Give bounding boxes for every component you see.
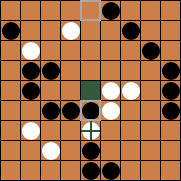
- cell-5-7[interactable]: [140, 100, 160, 120]
- black-stone[interactable]: [162, 62, 180, 80]
- cell-5-2[interactable]: [40, 100, 60, 120]
- black-stone[interactable]: [162, 102, 180, 120]
- cell-3-4[interactable]: [80, 60, 100, 80]
- white-stone[interactable]: [102, 102, 120, 120]
- cell-1-7[interactable]: [140, 20, 160, 40]
- black-stone[interactable]: [22, 62, 40, 80]
- cell-2-6[interactable]: [120, 40, 140, 60]
- cell-1-8[interactable]: [160, 20, 180, 40]
- cell-5-0[interactable]: [0, 100, 20, 120]
- black-stone[interactable]: [102, 162, 120, 180]
- cell-7-0[interactable]: [0, 140, 20, 160]
- cell-3-6[interactable]: [120, 60, 140, 80]
- cell-7-8[interactable]: [160, 140, 180, 160]
- black-stone[interactable]: [82, 142, 100, 160]
- cell-8-3[interactable]: [60, 160, 80, 180]
- cell-1-3[interactable]: [60, 20, 80, 40]
- cell-0-1[interactable]: [20, 0, 40, 20]
- cell-5-8[interactable]: [160, 100, 180, 120]
- cell-5-3[interactable]: [60, 100, 80, 120]
- black-stone[interactable]: [122, 22, 140, 40]
- white-stone[interactable]: [62, 22, 80, 40]
- green-target-cell[interactable]: [80, 80, 100, 100]
- cell-7-4[interactable]: [80, 140, 100, 160]
- cell-5-4[interactable]: [80, 100, 100, 120]
- cell-7-6[interactable]: [120, 140, 140, 160]
- cell-6-1[interactable]: [20, 120, 40, 140]
- game-board: [0, 0, 181, 181]
- cell-4-8[interactable]: [160, 80, 180, 100]
- cell-3-1[interactable]: [20, 60, 40, 80]
- cell-2-0[interactable]: [0, 40, 20, 60]
- cell-8-8[interactable]: [160, 160, 180, 180]
- black-stone[interactable]: [102, 2, 120, 20]
- cell-6-5[interactable]: [100, 120, 120, 140]
- cell-6-6[interactable]: [120, 120, 140, 140]
- cell-2-5[interactable]: [100, 40, 120, 60]
- cell-8-5[interactable]: [100, 160, 120, 180]
- cell-8-6[interactable]: [120, 160, 140, 180]
- cell-7-1[interactable]: [20, 140, 40, 160]
- cell-2-1[interactable]: [20, 40, 40, 60]
- cell-4-7[interactable]: [140, 80, 160, 100]
- cell-2-7[interactable]: [140, 40, 160, 60]
- black-stone[interactable]: [42, 62, 60, 80]
- black-stone[interactable]: [162, 82, 180, 100]
- cell-0-2[interactable]: [40, 0, 60, 20]
- cell-3-5[interactable]: [100, 60, 120, 80]
- cell-0-8[interactable]: [160, 0, 180, 20]
- white-stone[interactable]: [42, 142, 60, 160]
- cell-6-8[interactable]: [160, 120, 180, 140]
- cell-3-8[interactable]: [160, 60, 180, 80]
- cell-4-2[interactable]: [40, 80, 60, 100]
- black-stone[interactable]: [82, 162, 100, 180]
- cell-1-4[interactable]: [80, 20, 100, 40]
- cell-6-4[interactable]: [80, 120, 100, 140]
- white-stone[interactable]: [122, 82, 140, 100]
- cell-8-7[interactable]: [140, 160, 160, 180]
- cell-3-2[interactable]: [40, 60, 60, 80]
- cell-3-7[interactable]: [140, 60, 160, 80]
- cell-2-2[interactable]: [40, 40, 60, 60]
- cell-0-5[interactable]: [100, 0, 120, 20]
- cell-1-5[interactable]: [100, 20, 120, 40]
- cell-2-4[interactable]: [80, 40, 100, 60]
- cell-4-5[interactable]: [100, 80, 120, 100]
- cell-8-1[interactable]: [20, 160, 40, 180]
- cell-4-0[interactable]: [0, 80, 20, 100]
- cell-7-7[interactable]: [140, 140, 160, 160]
- cell-4-6[interactable]: [120, 80, 140, 100]
- cell-6-7[interactable]: [140, 120, 160, 140]
- cell-4-3[interactable]: [60, 80, 80, 100]
- cell-2-3[interactable]: [60, 40, 80, 60]
- white-stone[interactable]: [102, 82, 120, 100]
- cell-6-0[interactable]: [0, 120, 20, 140]
- cell-5-6[interactable]: [120, 100, 140, 120]
- cell-6-3[interactable]: [60, 120, 80, 140]
- black-stone[interactable]: [42, 102, 60, 120]
- black-stone[interactable]: [62, 102, 80, 120]
- cell-3-0[interactable]: [0, 60, 20, 80]
- cell-7-2[interactable]: [40, 140, 60, 160]
- cell-6-2[interactable]: [40, 120, 60, 140]
- cross-marker-vertical: [90, 121, 92, 140]
- cell-0-4[interactable]: [80, 0, 100, 20]
- cell-7-3[interactable]: [60, 140, 80, 160]
- cell-1-0[interactable]: [0, 20, 20, 40]
- cell-7-5[interactable]: [100, 140, 120, 160]
- cell-0-3[interactable]: [60, 0, 80, 20]
- cell-1-2[interactable]: [40, 20, 60, 40]
- cell-1-1[interactable]: [20, 20, 40, 40]
- cell-1-6[interactable]: [120, 20, 140, 40]
- white-stone[interactable]: [22, 42, 40, 60]
- cell-4-1[interactable]: [20, 80, 40, 100]
- cell-0-7[interactable]: [140, 0, 160, 20]
- cell-8-0[interactable]: [0, 160, 20, 180]
- cell-0-6[interactable]: [120, 0, 140, 20]
- black-stone[interactable]: [82, 102, 100, 120]
- black-stone[interactable]: [2, 22, 20, 40]
- cell-2-8[interactable]: [160, 40, 180, 60]
- cell-8-4[interactable]: [80, 160, 100, 180]
- black-stone[interactable]: [142, 42, 160, 60]
- cell-8-2[interactable]: [40, 160, 60, 180]
- black-stone[interactable]: [22, 82, 40, 100]
- cell-0-0[interactable]: [0, 0, 20, 20]
- cell-3-3[interactable]: [60, 60, 80, 80]
- white-stone[interactable]: [22, 122, 40, 140]
- cell-5-1[interactable]: [20, 100, 40, 120]
- cell-5-5[interactable]: [100, 100, 120, 120]
